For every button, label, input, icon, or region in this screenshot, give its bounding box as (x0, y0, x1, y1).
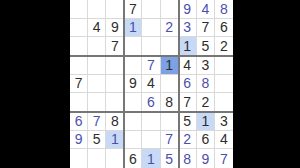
cell-r7c4[interactable] (124, 112, 142, 131)
cell-r7c3[interactable]: 8 (106, 112, 124, 131)
cell-r3c4[interactable] (124, 37, 142, 56)
cell-r7c1[interactable]: 6 (70, 112, 88, 131)
cell-r2c7[interactable]: 3 (179, 19, 197, 38)
cell-r5c4[interactable]: 9 (124, 75, 142, 94)
cell-r8c4[interactable] (124, 131, 142, 150)
cell-r2c1[interactable] (70, 19, 88, 38)
cell-r2c8[interactable]: 7 (197, 19, 215, 38)
right-letterbox-bar (233, 0, 300, 168)
cell-r2c2[interactable]: 4 (88, 19, 106, 38)
cell-r5c5[interactable]: 4 (142, 75, 160, 94)
cell-r6c2[interactable] (88, 93, 106, 112)
cell-r6c5[interactable]: 6 (142, 93, 160, 112)
cell-r1c4[interactable]: 7 (124, 0, 142, 19)
cell-r3c7[interactable]: 1 (179, 37, 197, 56)
cell-r9c3[interactable] (106, 149, 124, 168)
cell-r1c2[interactable] (88, 0, 106, 19)
cell-r6c3[interactable] (106, 93, 124, 112)
cell-r9c8[interactable]: 9 (197, 149, 215, 168)
cell-r4c8[interactable]: 3 (197, 56, 215, 75)
cell-r5c9[interactable] (215, 75, 233, 94)
cell-r6c8[interactable]: 2 (197, 93, 215, 112)
cell-r3c3[interactable]: 7 (106, 37, 124, 56)
cell-r3c8[interactable]: 5 (197, 37, 215, 56)
cell-r8c7[interactable]: 2 (179, 131, 197, 150)
cell-r8c3[interactable]: 1 (106, 131, 124, 150)
cell-r1c5[interactable] (142, 0, 160, 19)
cell-r6c7[interactable]: 7 (179, 93, 197, 112)
cell-r8c6[interactable]: 7 (161, 131, 179, 150)
cell-r5c2[interactable] (88, 75, 106, 94)
cell-r8c8[interactable]: 6 (197, 131, 215, 150)
cell-r4c9[interactable] (215, 56, 233, 75)
cell-r2c9[interactable]: 6 (215, 19, 233, 38)
cell-r9c6[interactable]: 5 (161, 149, 179, 168)
cell-r7c6[interactable] (161, 112, 179, 131)
cell-r5c1[interactable]: 7 (70, 75, 88, 94)
cell-r7c7[interactable]: 5 (179, 112, 197, 131)
cell-r4c2[interactable] (88, 56, 106, 75)
cell-r9c5[interactable]: 1 (142, 149, 160, 168)
cell-r2c4[interactable]: 1 (124, 19, 142, 38)
cell-r8c9[interactable]: 4 (215, 131, 233, 150)
cell-r3c2[interactable] (88, 37, 106, 56)
cell-r9c9[interactable]: 7 (215, 149, 233, 168)
cell-r6c1[interactable] (70, 93, 88, 112)
cell-r9c7[interactable]: 8 (179, 149, 197, 168)
app-screenshot: 7948491237671527143794686872678513951726… (0, 0, 300, 168)
cell-r3c5[interactable] (142, 37, 160, 56)
cell-r3c9[interactable]: 2 (215, 37, 233, 56)
cell-r5c3[interactable] (106, 75, 124, 94)
cell-r2c3[interactable]: 9 (106, 19, 124, 38)
cell-r1c7[interactable]: 9 (179, 0, 197, 19)
cell-r6c6[interactable]: 8 (161, 93, 179, 112)
cell-r9c1[interactable] (70, 149, 88, 168)
cell-r4c1[interactable] (70, 56, 88, 75)
cell-r2c5[interactable] (142, 19, 160, 38)
cell-r4c6[interactable]: 1 (161, 56, 179, 75)
cell-r1c3[interactable] (106, 0, 124, 19)
cell-r3c6[interactable] (161, 37, 179, 56)
cell-r9c4[interactable]: 6 (124, 149, 142, 168)
cell-r8c5[interactable] (142, 131, 160, 150)
cell-r1c8[interactable]: 4 (197, 0, 215, 19)
cell-r5c8[interactable]: 8 (197, 75, 215, 94)
cell-r1c1[interactable] (70, 0, 88, 19)
cell-r4c3[interactable] (106, 56, 124, 75)
cell-r2c6[interactable]: 2 (161, 19, 179, 38)
cell-r5c6[interactable] (161, 75, 179, 94)
cell-r8c2[interactable]: 5 (88, 131, 106, 150)
cell-r4c7[interactable]: 4 (179, 56, 197, 75)
cell-r1c9[interactable]: 8 (215, 0, 233, 19)
cell-r6c9[interactable] (215, 93, 233, 112)
cell-r5c7[interactable]: 6 (179, 75, 197, 94)
cell-r4c4[interactable] (124, 56, 142, 75)
cell-r7c8[interactable]: 1 (197, 112, 215, 131)
cell-r6c4[interactable] (124, 93, 142, 112)
cell-r9c2[interactable] (88, 149, 106, 168)
cell-r3c1[interactable] (70, 37, 88, 56)
sudoku-board: 7948491237671527143794686872678513951726… (70, 0, 233, 168)
cell-r4c5[interactable]: 7 (142, 56, 160, 75)
cell-r7c2[interactable]: 7 (88, 112, 106, 131)
cell-r8c1[interactable]: 9 (70, 131, 88, 150)
cell-r7c5[interactable] (142, 112, 160, 131)
cell-r1c6[interactable] (161, 0, 179, 19)
cell-r7c9[interactable]: 3 (215, 112, 233, 131)
left-letterbox-bar (0, 0, 70, 168)
